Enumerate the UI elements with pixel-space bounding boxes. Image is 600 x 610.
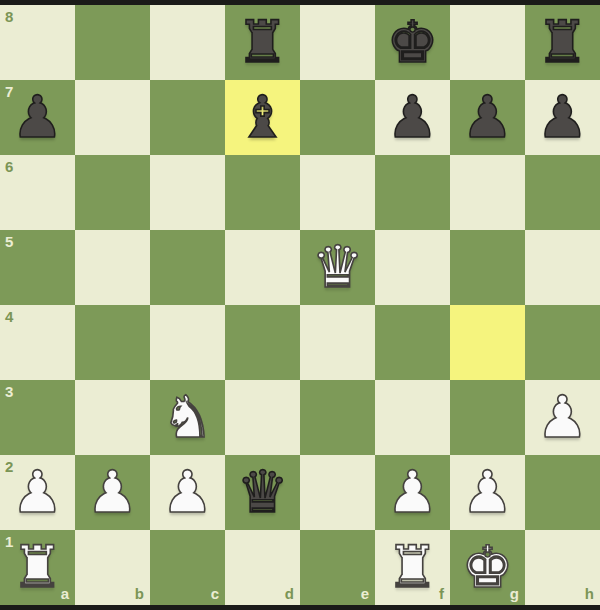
square-d3[interactable] [225, 380, 300, 455]
white-rook[interactable]: ♜ [12, 530, 64, 605]
square-d4[interactable] [225, 305, 300, 380]
square-a7[interactable]: 7♟ [0, 80, 75, 155]
square-h4[interactable] [525, 305, 600, 380]
rank-label-3: 3 [5, 384, 13, 399]
black-king[interactable]: ♚ [387, 5, 439, 80]
square-g2[interactable]: ♟ [450, 455, 525, 530]
square-g5[interactable] [450, 230, 525, 305]
square-b3[interactable] [75, 380, 150, 455]
square-d8[interactable]: ♜ [225, 5, 300, 80]
rank-label-1: 1 [5, 534, 13, 549]
square-a3[interactable]: 3 [0, 380, 75, 455]
square-e3[interactable] [300, 380, 375, 455]
square-c3[interactable]: ♞ [150, 380, 225, 455]
square-b1[interactable]: b [75, 530, 150, 605]
square-g4[interactable] [450, 305, 525, 380]
white-pawn[interactable]: ♟ [462, 455, 514, 530]
square-b5[interactable] [75, 230, 150, 305]
black-bishop[interactable]: ♝ [237, 80, 289, 155]
file-label-f: f [439, 586, 444, 601]
rank-label-6: 6 [5, 159, 13, 174]
square-e1[interactable]: e [300, 530, 375, 605]
square-a8[interactable]: 8 [0, 5, 75, 80]
square-c8[interactable] [150, 5, 225, 80]
square-h2[interactable] [525, 455, 600, 530]
square-h1[interactable]: h [525, 530, 600, 605]
white-pawn[interactable]: ♟ [12, 455, 64, 530]
square-g7[interactable]: ♟ [450, 80, 525, 155]
square-d1[interactable]: d [225, 530, 300, 605]
square-e8[interactable] [300, 5, 375, 80]
white-knight[interactable]: ♞ [162, 380, 214, 455]
black-rook[interactable]: ♜ [537, 5, 589, 80]
black-pawn[interactable]: ♟ [537, 80, 589, 155]
white-pawn[interactable]: ♟ [162, 455, 214, 530]
square-c4[interactable] [150, 305, 225, 380]
square-a5[interactable]: 5 [0, 230, 75, 305]
square-d6[interactable] [225, 155, 300, 230]
square-h5[interactable] [525, 230, 600, 305]
square-h8[interactable]: ♜ [525, 5, 600, 80]
square-f6[interactable] [375, 155, 450, 230]
file-label-h: h [585, 586, 594, 601]
square-c5[interactable] [150, 230, 225, 305]
square-d5[interactable] [225, 230, 300, 305]
square-f7[interactable]: ♟ [375, 80, 450, 155]
square-h7[interactable]: ♟ [525, 80, 600, 155]
black-pawn[interactable]: ♟ [387, 80, 439, 155]
file-label-e: e [361, 586, 369, 601]
file-label-d: d [285, 586, 294, 601]
square-b8[interactable] [75, 5, 150, 80]
black-rook[interactable]: ♜ [237, 5, 289, 80]
white-king[interactable]: ♚ [462, 530, 514, 605]
square-g8[interactable] [450, 5, 525, 80]
square-f5[interactable] [375, 230, 450, 305]
rank-label-4: 4 [5, 309, 13, 324]
black-pawn[interactable]: ♟ [462, 80, 514, 155]
rank-label-5: 5 [5, 234, 13, 249]
square-b2[interactable]: ♟ [75, 455, 150, 530]
square-a1[interactable]: 1a♜ [0, 530, 75, 605]
square-f4[interactable] [375, 305, 450, 380]
square-g3[interactable] [450, 380, 525, 455]
square-b6[interactable] [75, 155, 150, 230]
square-b4[interactable] [75, 305, 150, 380]
chess-board: 8♜♚♜7♟♝♟♟♟65♛43♞♟2♟♟♟♛♟♟1a♜bcdef♜g♚h [0, 5, 600, 605]
file-label-g: g [510, 586, 519, 601]
square-a4[interactable]: 4 [0, 305, 75, 380]
square-f8[interactable]: ♚ [375, 5, 450, 80]
square-c1[interactable]: c [150, 530, 225, 605]
square-e6[interactable] [300, 155, 375, 230]
board-border-bottom [0, 605, 600, 610]
file-label-c: c [211, 586, 219, 601]
board-frame: 8♜♚♜7♟♝♟♟♟65♛43♞♟2♟♟♟♛♟♟1a♜bcdef♜g♚h [0, 0, 600, 610]
square-h3[interactable]: ♟ [525, 380, 600, 455]
white-rook[interactable]: ♜ [387, 530, 439, 605]
square-b7[interactable] [75, 80, 150, 155]
square-g6[interactable] [450, 155, 525, 230]
file-label-b: b [135, 586, 144, 601]
square-a2[interactable]: 2♟ [0, 455, 75, 530]
rank-label-7: 7 [5, 84, 13, 99]
square-g1[interactable]: g♚ [450, 530, 525, 605]
square-e7[interactable] [300, 80, 375, 155]
square-c2[interactable]: ♟ [150, 455, 225, 530]
square-c7[interactable] [150, 80, 225, 155]
square-e2[interactable] [300, 455, 375, 530]
square-c6[interactable] [150, 155, 225, 230]
square-h6[interactable] [525, 155, 600, 230]
white-pawn[interactable]: ♟ [387, 455, 439, 530]
square-f1[interactable]: f♜ [375, 530, 450, 605]
square-d2[interactable]: ♛ [225, 455, 300, 530]
rank-label-2: 2 [5, 459, 13, 474]
black-pawn[interactable]: ♟ [12, 80, 64, 155]
square-f3[interactable] [375, 380, 450, 455]
square-e5[interactable]: ♛ [300, 230, 375, 305]
white-queen[interactable]: ♛ [312, 230, 364, 305]
square-a6[interactable]: 6 [0, 155, 75, 230]
file-label-a: a [61, 586, 69, 601]
square-e4[interactable] [300, 305, 375, 380]
white-pawn[interactable]: ♟ [87, 455, 139, 530]
black-queen[interactable]: ♛ [237, 455, 289, 530]
rank-label-8: 8 [5, 9, 13, 24]
square-f2[interactable]: ♟ [375, 455, 450, 530]
white-pawn[interactable]: ♟ [537, 380, 589, 455]
square-d7[interactable]: ♝ [225, 80, 300, 155]
